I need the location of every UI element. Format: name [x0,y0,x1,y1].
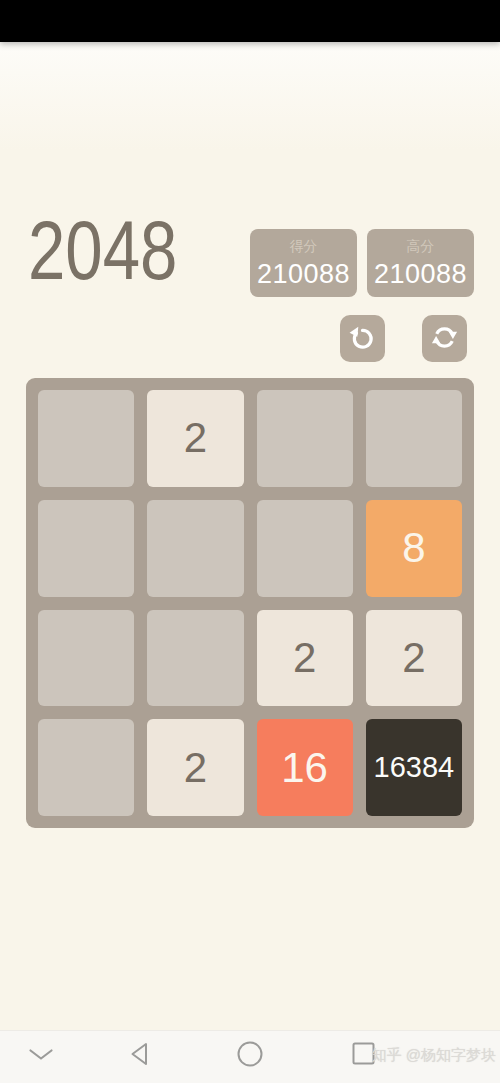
empty-cell-r2c1 [38,500,134,597]
tile-16-r4c3: 16 [257,719,353,816]
tile-8-r2c4: 8 [366,500,462,597]
phone-screen: 2048 得分 210088 高分 210088 282221616384 [0,0,500,1083]
best-score-label: 高分 [407,238,435,256]
empty-cell-r2c2 [147,500,243,597]
undo-button[interactable] [340,315,385,362]
empty-cell-r1c4 [366,390,462,487]
home-icon[interactable] [237,1041,263,1067]
empty-cell-r3c2 [147,610,243,707]
game-title: 2048 [28,208,178,292]
back-icon[interactable] [129,1041,150,1067]
score-box: 得分 210088 [250,229,357,297]
best-score-box: 高分 210088 [367,229,474,297]
best-score-value: 210088 [374,259,467,290]
tile-2-r3c4: 2 [366,610,462,707]
score-label: 得分 [290,238,318,256]
board-grid[interactable]: 282221616384 [26,378,474,828]
empty-cell-r1c1 [38,390,134,487]
empty-cell-r4c1 [38,719,134,816]
restart-button[interactable] [422,315,467,362]
empty-cell-r1c3 [257,390,353,487]
status-bar [0,0,500,42]
android-nav-bar: 知乎 @杨知字梦块 [0,1030,500,1083]
score-value: 210088 [257,259,350,290]
empty-cell-r2c3 [257,500,353,597]
zhihu-watermark: 知乎 @杨知字梦块 [372,1046,496,1065]
tile-16384-r4c4: 16384 [366,719,462,816]
undo-arrow-icon [347,322,378,356]
tile-2-r4c2: 2 [147,719,243,816]
tile-2-r1c2: 2 [147,390,243,487]
tile-2-r3c3: 2 [257,610,353,707]
empty-cell-r3c1 [38,610,134,707]
hide-nav-chevron-icon[interactable] [28,1048,54,1061]
refresh-icon [429,322,460,356]
